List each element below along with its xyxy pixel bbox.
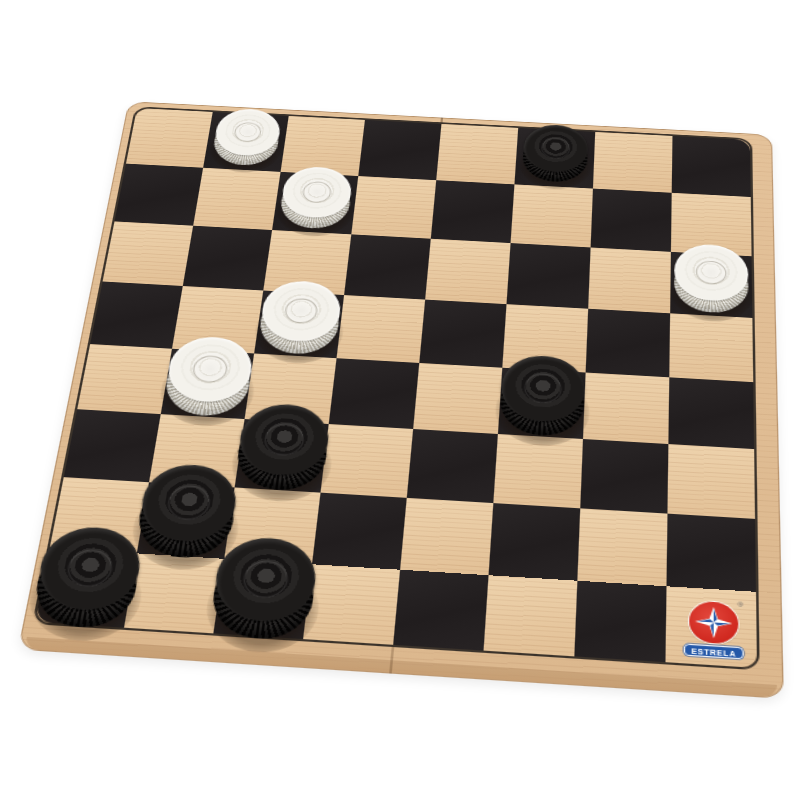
checkers-board: ® ESTRELA <box>35 108 757 668</box>
black-checker-piece[interactable] <box>29 541 143 630</box>
square-r3c6[interactable] <box>507 243 591 309</box>
square-r5c2[interactable] <box>161 349 254 419</box>
black-checker-piece[interactable] <box>133 478 238 560</box>
square-r7c4[interactable] <box>312 493 407 570</box>
square-r8c1[interactable] <box>35 548 137 628</box>
photo-scene: ® ESTRELA <box>0 0 800 800</box>
square-r6c3[interactable] <box>235 419 329 493</box>
square-r7c7[interactable] <box>577 508 667 586</box>
white-checker-piece[interactable] <box>278 176 353 230</box>
square-r3c8[interactable] <box>670 252 752 318</box>
estrela-logo: ® ESTRELA <box>682 599 745 659</box>
square-r3c5[interactable] <box>425 239 510 304</box>
square-r3c2[interactable] <box>183 226 272 291</box>
square-r2c7[interactable] <box>591 189 672 252</box>
square-r8c3[interactable] <box>213 559 312 639</box>
estrela-star-icon <box>694 605 733 640</box>
square-r2c3[interactable] <box>272 172 358 234</box>
square-r3c1[interactable] <box>103 221 194 286</box>
square-r6c5[interactable] <box>407 429 498 503</box>
square-r1c8[interactable] <box>672 136 751 197</box>
square-r6c7[interactable] <box>580 439 668 514</box>
square-r8c5[interactable] <box>393 570 488 651</box>
square-r1c2[interactable] <box>203 112 289 172</box>
square-r8c6[interactable] <box>484 575 578 656</box>
square-r4c1[interactable] <box>90 281 183 348</box>
white-checker-piece[interactable] <box>674 254 749 314</box>
square-r5c6[interactable] <box>498 368 586 439</box>
square-r6c1[interactable] <box>64 409 161 482</box>
square-r2c4[interactable] <box>351 176 436 239</box>
square-r1c1[interactable] <box>126 108 213 168</box>
square-r5c7[interactable] <box>583 373 669 445</box>
square-r1c5[interactable] <box>436 124 518 184</box>
square-r1c4[interactable] <box>358 120 441 180</box>
square-r5c4[interactable] <box>329 358 420 429</box>
black-checker-piece[interactable] <box>208 552 318 642</box>
square-r5c8[interactable] <box>668 377 754 449</box>
white-checker-piece[interactable] <box>256 291 342 355</box>
square-r6c4[interactable] <box>321 424 414 498</box>
square-r4c4[interactable] <box>337 295 426 363</box>
registered-mark: ® <box>738 601 744 608</box>
square-r3c4[interactable] <box>344 234 431 299</box>
estrela-logo-circle <box>689 601 738 645</box>
square-r7c6[interactable] <box>489 503 581 581</box>
square-r4c8[interactable] <box>669 313 753 382</box>
black-checker-piece[interactable] <box>521 133 588 183</box>
square-r5c5[interactable] <box>413 363 502 434</box>
square-r3c7[interactable] <box>588 247 671 313</box>
white-checker-piece[interactable] <box>211 117 282 167</box>
black-checker-piece[interactable] <box>498 367 585 438</box>
square-r2c1[interactable] <box>114 164 203 226</box>
square-r2c2[interactable] <box>193 168 280 230</box>
square-r7c8[interactable] <box>666 514 755 592</box>
square-r4c3[interactable] <box>254 291 344 359</box>
board-grid: ® ESTRELA <box>35 108 757 668</box>
black-checker-piece[interactable] <box>233 416 330 492</box>
square-r4c7[interactable] <box>586 309 670 378</box>
square-r6c8[interactable] <box>667 444 755 519</box>
square-r4c5[interactable] <box>419 300 506 368</box>
square-r7c2[interactable] <box>137 482 235 559</box>
estrela-logo-banner: ESTRELA <box>684 644 744 660</box>
square-r2c5[interactable] <box>431 180 515 243</box>
square-r7c5[interactable] <box>400 498 493 575</box>
square-r1c6[interactable] <box>514 128 595 189</box>
square-r8c7[interactable] <box>574 581 666 662</box>
square-r1c7[interactable] <box>593 132 673 193</box>
square-r5c1[interactable] <box>77 344 172 414</box>
square-r2c6[interactable] <box>511 184 593 247</box>
square-r8c8[interactable]: ® ESTRELA <box>665 586 757 668</box>
white-checker-piece[interactable] <box>161 348 254 418</box>
